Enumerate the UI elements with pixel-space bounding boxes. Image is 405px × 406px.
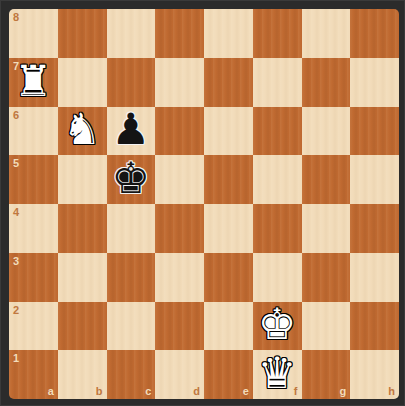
square-b6[interactable]: ♞ [58, 107, 107, 156]
white-king[interactable]: ♚ [258, 303, 297, 346]
square-c3[interactable] [107, 253, 156, 302]
square-d2[interactable] [155, 302, 204, 351]
white-rook[interactable]: ♜ [14, 60, 53, 103]
square-e1[interactable]: e [204, 350, 253, 399]
black-pawn[interactable]: ♟ [112, 108, 151, 151]
square-b7[interactable] [58, 58, 107, 107]
square-d8[interactable] [155, 9, 204, 58]
square-a4[interactable]: 4 [9, 204, 58, 253]
square-a5[interactable]: 5 [9, 155, 58, 204]
square-b3[interactable] [58, 253, 107, 302]
chess-app-window: 87♜6♞♟5♚432♚1abcdef♛gh [0, 0, 405, 406]
square-e5[interactable] [204, 155, 253, 204]
square-a1[interactable]: 1a [9, 350, 58, 399]
white-queen[interactable]: ♛ [258, 352, 297, 395]
square-g6[interactable] [302, 107, 351, 156]
square-a7[interactable]: 7♜ [9, 58, 58, 107]
square-f2[interactable]: ♚ [253, 302, 302, 351]
square-a6[interactable]: 6 [9, 107, 58, 156]
square-e3[interactable] [204, 253, 253, 302]
square-d6[interactable] [155, 107, 204, 156]
square-b2[interactable] [58, 302, 107, 351]
square-b4[interactable] [58, 204, 107, 253]
square-c5[interactable]: ♚ [107, 155, 156, 204]
square-g5[interactable] [302, 155, 351, 204]
file-label-g: g [340, 386, 347, 397]
file-label-d: d [193, 386, 200, 397]
white-knight[interactable]: ♞ [63, 108, 102, 151]
square-g7[interactable] [302, 58, 351, 107]
rank-label-3: 3 [13, 256, 19, 267]
rank-label-4: 4 [13, 207, 19, 218]
square-h8[interactable] [350, 9, 399, 58]
square-d1[interactable]: d [155, 350, 204, 399]
square-f4[interactable] [253, 204, 302, 253]
square-f7[interactable] [253, 58, 302, 107]
square-g2[interactable] [302, 302, 351, 351]
square-h4[interactable] [350, 204, 399, 253]
square-f3[interactable] [253, 253, 302, 302]
square-g1[interactable]: g [302, 350, 351, 399]
square-g4[interactable] [302, 204, 351, 253]
square-c2[interactable] [107, 302, 156, 351]
rank-label-1: 1 [13, 353, 19, 364]
square-d7[interactable] [155, 58, 204, 107]
square-c7[interactable] [107, 58, 156, 107]
rank-label-8: 8 [13, 12, 19, 23]
rank-label-2: 2 [13, 305, 19, 316]
square-h3[interactable] [350, 253, 399, 302]
file-label-e: e [243, 386, 249, 397]
square-d3[interactable] [155, 253, 204, 302]
square-a2[interactable]: 2 [9, 302, 58, 351]
square-h2[interactable] [350, 302, 399, 351]
square-d5[interactable] [155, 155, 204, 204]
square-e8[interactable] [204, 9, 253, 58]
square-a8[interactable]: 8 [9, 9, 58, 58]
square-c6[interactable]: ♟ [107, 107, 156, 156]
file-label-c: c [145, 386, 151, 397]
square-c8[interactable] [107, 9, 156, 58]
square-g3[interactable] [302, 253, 351, 302]
square-e4[interactable] [204, 204, 253, 253]
square-c1[interactable]: c [107, 350, 156, 399]
chess-board: 87♜6♞♟5♚432♚1abcdef♛gh [9, 9, 399, 399]
square-e2[interactable] [204, 302, 253, 351]
square-h5[interactable] [350, 155, 399, 204]
square-f5[interactable] [253, 155, 302, 204]
square-b8[interactable] [58, 9, 107, 58]
file-label-h: h [388, 386, 395, 397]
square-a3[interactable]: 3 [9, 253, 58, 302]
square-c4[interactable] [107, 204, 156, 253]
rank-label-6: 6 [13, 110, 19, 121]
square-f1[interactable]: f♛ [253, 350, 302, 399]
square-f8[interactable] [253, 9, 302, 58]
square-e6[interactable] [204, 107, 253, 156]
square-b1[interactable]: b [58, 350, 107, 399]
square-g8[interactable] [302, 9, 351, 58]
square-f6[interactable] [253, 107, 302, 156]
square-e7[interactable] [204, 58, 253, 107]
file-label-b: b [96, 386, 103, 397]
file-label-a: a [48, 386, 54, 397]
rank-label-5: 5 [13, 158, 19, 169]
square-h1[interactable]: h [350, 350, 399, 399]
black-king[interactable]: ♚ [112, 157, 151, 200]
square-h7[interactable] [350, 58, 399, 107]
square-d4[interactable] [155, 204, 204, 253]
square-b5[interactable] [58, 155, 107, 204]
square-h6[interactable] [350, 107, 399, 156]
